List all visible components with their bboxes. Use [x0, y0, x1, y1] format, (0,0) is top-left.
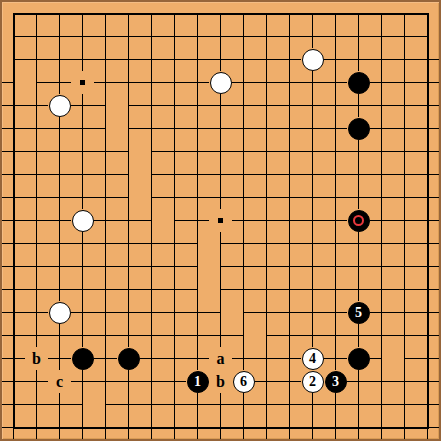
board-cell [117, 209, 140, 232]
board-cell [163, 186, 186, 209]
board-cell [186, 186, 209, 209]
board-cell [301, 324, 324, 347]
board-cell [71, 2, 94, 25]
board-cell [255, 416, 278, 439]
board-cell [347, 25, 370, 48]
board-cell [416, 416, 439, 439]
board-cell [140, 255, 163, 278]
board-cell [232, 393, 255, 416]
board-cell [255, 140, 278, 163]
board-cell [25, 278, 48, 301]
board-cell [393, 25, 416, 48]
board-cell [2, 186, 25, 209]
board-cell [140, 71, 163, 94]
board-cell [2, 71, 25, 94]
board-cell [301, 25, 324, 48]
board-cell [393, 324, 416, 347]
board-cell [232, 48, 255, 71]
board-cell [393, 347, 416, 370]
board-cell [393, 209, 416, 232]
board-cell [117, 278, 140, 301]
board-cell [347, 94, 370, 117]
board-cell [232, 301, 255, 324]
board-cell [370, 140, 393, 163]
board-cell [48, 25, 71, 48]
board-cell [416, 71, 439, 94]
board-cell [393, 278, 416, 301]
board-cell [2, 416, 25, 439]
board-cell [25, 232, 48, 255]
board-cell [301, 94, 324, 117]
board-cell [2, 324, 25, 347]
go-board: 426531abbc [2, 2, 439, 439]
stone-move-number: 3 [332, 375, 339, 389]
board-cell [117, 117, 140, 140]
board-cell [117, 255, 140, 278]
board-cell [186, 416, 209, 439]
board-cell [255, 393, 278, 416]
board-cell [71, 278, 94, 301]
board-cell [163, 117, 186, 140]
board-cell [2, 393, 25, 416]
board-cell [186, 209, 209, 232]
board-cell [140, 393, 163, 416]
board-cell [94, 163, 117, 186]
board-cell [232, 71, 255, 94]
board-cell [209, 163, 232, 186]
board-cell [71, 48, 94, 71]
board-cell [393, 140, 416, 163]
board-cell [301, 301, 324, 324]
stone-move-number: 1 [194, 375, 201, 389]
black-stone [348, 72, 370, 94]
board-cell [301, 255, 324, 278]
board-cell [186, 25, 209, 48]
white-stone [49, 302, 71, 324]
board-cell [278, 140, 301, 163]
board-cell [186, 2, 209, 25]
board-cell [232, 278, 255, 301]
board-cell [186, 347, 209, 370]
white-stone [49, 95, 71, 117]
board-cell [278, 416, 301, 439]
board-cell [140, 186, 163, 209]
board-cell [94, 232, 117, 255]
board-cell [25, 393, 48, 416]
board-cell [370, 255, 393, 278]
board-cell [140, 2, 163, 25]
board-cell [393, 370, 416, 393]
board-cell [324, 324, 347, 347]
board-cell [71, 140, 94, 163]
board-cell [370, 25, 393, 48]
board-cell [94, 278, 117, 301]
board-cell [416, 2, 439, 25]
board-cell [278, 370, 301, 393]
board-cell [416, 324, 439, 347]
board-cell [48, 186, 71, 209]
board-cell [278, 393, 301, 416]
white-stone: 2 [302, 371, 324, 393]
board-cell [232, 416, 255, 439]
board-cell [48, 255, 71, 278]
black-stone: 5 [348, 302, 370, 324]
board-cell [94, 117, 117, 140]
board-cell [94, 94, 117, 117]
board-cell [278, 301, 301, 324]
board-cell [117, 48, 140, 71]
board-cell [117, 301, 140, 324]
black-stone [348, 348, 370, 370]
board-cell [94, 370, 117, 393]
board-cell [163, 25, 186, 48]
board-cell [278, 255, 301, 278]
board-cell [393, 393, 416, 416]
board-cell [393, 117, 416, 140]
board-cell [255, 186, 278, 209]
board-cell [186, 301, 209, 324]
board-cell [416, 255, 439, 278]
board-cell [370, 393, 393, 416]
board-cell [278, 2, 301, 25]
board-cell [416, 232, 439, 255]
board-cell [232, 117, 255, 140]
board-cell [393, 416, 416, 439]
board-cell [25, 255, 48, 278]
board-cell [232, 140, 255, 163]
board-cell [140, 347, 163, 370]
board-cell [94, 416, 117, 439]
board-cell [163, 301, 186, 324]
board-cell [278, 209, 301, 232]
board-cell [324, 393, 347, 416]
board-cell [301, 232, 324, 255]
board-cell [255, 2, 278, 25]
board-cell [255, 48, 278, 71]
board-cell [94, 209, 117, 232]
board-cell [25, 324, 48, 347]
letter-label: c [54, 373, 65, 390]
board-cell [94, 2, 117, 25]
board-cell [117, 370, 140, 393]
board-cell [71, 301, 94, 324]
board-cell [94, 301, 117, 324]
board-cell [140, 48, 163, 71]
board-cell [163, 232, 186, 255]
board-cell [232, 163, 255, 186]
board-cell [94, 140, 117, 163]
board-cell [232, 209, 255, 232]
board-cell [186, 255, 209, 278]
board-cell [278, 71, 301, 94]
board-cell [324, 163, 347, 186]
board-cell [2, 301, 25, 324]
board-cell [347, 232, 370, 255]
board-cell [278, 163, 301, 186]
board-cell [25, 25, 48, 48]
board-cell [71, 416, 94, 439]
board-cell [163, 163, 186, 186]
board-cell [186, 393, 209, 416]
board-cell [2, 209, 25, 232]
board-cell [2, 25, 25, 48]
board-cell [416, 48, 439, 71]
board-cell [301, 393, 324, 416]
board-cell [232, 324, 255, 347]
board-cell [416, 393, 439, 416]
board-cell [117, 232, 140, 255]
board-cell [209, 301, 232, 324]
board-cell [347, 48, 370, 71]
board-cell [71, 94, 94, 117]
board-cell [324, 140, 347, 163]
board-cell [278, 48, 301, 71]
black-stone [348, 118, 370, 140]
board-cell [2, 117, 25, 140]
board-cell [370, 209, 393, 232]
board-cell [186, 117, 209, 140]
board-cell [324, 117, 347, 140]
board-cell [25, 186, 48, 209]
board-cell [347, 416, 370, 439]
board-cell [48, 278, 71, 301]
letter-label: b [214, 373, 227, 390]
board-cell [255, 94, 278, 117]
board-cell [2, 48, 25, 71]
board-cell [416, 347, 439, 370]
board-cell [186, 94, 209, 117]
board-cell [71, 25, 94, 48]
board-cell [324, 48, 347, 71]
board-cell [370, 301, 393, 324]
board-cell [2, 94, 25, 117]
board-cell [117, 25, 140, 48]
board-cell [370, 278, 393, 301]
board-cell [25, 94, 48, 117]
board-cell [301, 416, 324, 439]
board-cell [416, 163, 439, 186]
board-cell [301, 2, 324, 25]
board-cell [94, 255, 117, 278]
board-cell [209, 94, 232, 117]
board-cell [209, 186, 232, 209]
board-cell [416, 140, 439, 163]
black-stone [118, 348, 140, 370]
board-cell [255, 71, 278, 94]
board-cell [48, 140, 71, 163]
board-cell [48, 324, 71, 347]
white-stone [210, 72, 232, 94]
board-cell [232, 347, 255, 370]
board-cell [209, 324, 232, 347]
board-cell [71, 370, 94, 393]
board-cell [324, 71, 347, 94]
go-board-diagram: 426531abbc [0, 0, 441, 441]
red-circle-mark [353, 215, 364, 226]
board-cell [347, 255, 370, 278]
board-cell [324, 209, 347, 232]
board-cell [209, 255, 232, 278]
board-cell [94, 347, 117, 370]
board-cell [393, 71, 416, 94]
board-cell [117, 71, 140, 94]
board-cell [324, 186, 347, 209]
board-cell [25, 209, 48, 232]
board-cell [209, 416, 232, 439]
board-cell [71, 393, 94, 416]
board-cell [232, 94, 255, 117]
stone-move-number: 5 [355, 306, 362, 320]
board-cell [278, 278, 301, 301]
board-cell [370, 48, 393, 71]
board-cell [370, 186, 393, 209]
letter-label: b [30, 350, 43, 367]
board-cell [140, 301, 163, 324]
board-cell [347, 324, 370, 347]
board-cell [370, 94, 393, 117]
board-cell [25, 48, 48, 71]
board-cell [117, 393, 140, 416]
board-cell [370, 163, 393, 186]
board-cell [278, 25, 301, 48]
board-cell [71, 163, 94, 186]
board-cell [71, 117, 94, 140]
board-cell [140, 416, 163, 439]
board-cell [163, 2, 186, 25]
board-cell [347, 278, 370, 301]
board-cell [209, 2, 232, 25]
black-stone [348, 210, 370, 232]
board-cell [94, 186, 117, 209]
stone-move-number: 4 [309, 352, 316, 366]
board-cell [301, 278, 324, 301]
board-cell [301, 140, 324, 163]
board-cell [186, 140, 209, 163]
board-cell [416, 370, 439, 393]
board-cell [163, 71, 186, 94]
board-cell [370, 117, 393, 140]
board-cell [209, 117, 232, 140]
board-cell [393, 232, 416, 255]
board-cell [186, 232, 209, 255]
board-cell [393, 301, 416, 324]
board-cell [255, 347, 278, 370]
board-cell [232, 255, 255, 278]
letter-label: a [215, 350, 227, 367]
black-stone: 3 [325, 371, 347, 393]
board-cell [117, 94, 140, 117]
board-cell [393, 94, 416, 117]
board-cell [186, 278, 209, 301]
board-cell [163, 393, 186, 416]
board-cell [301, 117, 324, 140]
board-cell [278, 324, 301, 347]
board-cell [186, 71, 209, 94]
board-cell [163, 255, 186, 278]
stone-move-number: 6 [240, 375, 247, 389]
board-cell [232, 232, 255, 255]
board-cell [255, 232, 278, 255]
board-cell [324, 25, 347, 48]
board-cell [278, 94, 301, 117]
board-cell [2, 255, 25, 278]
board-cell [48, 232, 71, 255]
board-cell [255, 255, 278, 278]
board-cell [163, 278, 186, 301]
board-cell [94, 393, 117, 416]
board-cell [48, 416, 71, 439]
board-cell [140, 140, 163, 163]
white-stone: 6 [233, 371, 255, 393]
board-cell [71, 186, 94, 209]
board-cell [324, 2, 347, 25]
board-cell [140, 370, 163, 393]
board-cell [94, 324, 117, 347]
white-stone [302, 49, 324, 71]
board-cell [347, 140, 370, 163]
board-cell [140, 232, 163, 255]
board-cell [370, 324, 393, 347]
star-point [218, 218, 223, 223]
board-cell [209, 232, 232, 255]
board-cell [278, 117, 301, 140]
board-cell [209, 393, 232, 416]
board-cell [163, 370, 186, 393]
board-cell [324, 255, 347, 278]
board-cell [209, 140, 232, 163]
board-cell [324, 416, 347, 439]
board-cell [48, 48, 71, 71]
board-cell [370, 232, 393, 255]
board-cell [117, 2, 140, 25]
board-cell [71, 255, 94, 278]
board-cell [94, 25, 117, 48]
board-cell [2, 232, 25, 255]
board-cell [25, 416, 48, 439]
board-cell [416, 186, 439, 209]
board-cell [370, 2, 393, 25]
board-cell [2, 347, 25, 370]
board-cell [2, 370, 25, 393]
white-stone [72, 210, 94, 232]
black-stone: 1 [187, 371, 209, 393]
board-cell [255, 25, 278, 48]
board-cell [301, 186, 324, 209]
board-cell [255, 117, 278, 140]
board-cell [2, 140, 25, 163]
board-cell [324, 347, 347, 370]
board-cell [2, 2, 25, 25]
board-cell [163, 48, 186, 71]
board-cell [140, 324, 163, 347]
board-cell [278, 347, 301, 370]
board-cell [324, 94, 347, 117]
board-cell [48, 2, 71, 25]
board-cell [416, 301, 439, 324]
board-cell [140, 117, 163, 140]
board-cell [94, 48, 117, 71]
board-cell [255, 209, 278, 232]
stone-move-number: 2 [309, 375, 316, 389]
board-cell [71, 232, 94, 255]
board-cell [393, 2, 416, 25]
board-cell [25, 71, 48, 94]
board-cell [416, 94, 439, 117]
board-cell [347, 163, 370, 186]
board-cell [25, 163, 48, 186]
board-cell [117, 163, 140, 186]
board-cell [255, 163, 278, 186]
